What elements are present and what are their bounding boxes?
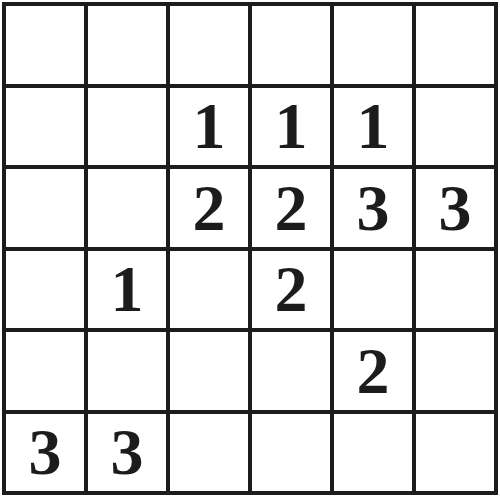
- cell-r3c3-clue[interactable]: 2: [170, 169, 248, 247]
- cell-r1c4-empty[interactable]: [252, 6, 330, 84]
- cell-r3c2-empty[interactable]: [88, 169, 166, 247]
- cell-r6c4-empty[interactable]: [252, 414, 330, 492]
- cell-r3c1-empty[interactable]: [6, 169, 84, 247]
- cell-r6c1-clue[interactable]: 3: [6, 414, 84, 492]
- cell-r3c4-clue[interactable]: 2: [252, 169, 330, 247]
- cell-r4c3-empty[interactable]: [170, 251, 248, 329]
- cell-r2c5-clue[interactable]: 1: [334, 88, 412, 166]
- cell-r5c5-clue[interactable]: 2: [334, 332, 412, 410]
- cell-r4c5-empty[interactable]: [334, 251, 412, 329]
- cell-r4c4-clue[interactable]: 2: [252, 251, 330, 329]
- cell-r4c6-empty[interactable]: [416, 251, 494, 329]
- cell-r1c2-empty[interactable]: [88, 6, 166, 84]
- cell-r1c3-empty[interactable]: [170, 6, 248, 84]
- cell-r2c2-empty[interactable]: [88, 88, 166, 166]
- puzzle-board: 111223312233: [2, 2, 498, 495]
- cell-r3c6-clue[interactable]: 3: [416, 169, 494, 247]
- cell-r5c1-empty[interactable]: [6, 332, 84, 410]
- cell-r6c5-empty[interactable]: [334, 414, 412, 492]
- cell-r1c6-empty[interactable]: [416, 6, 494, 84]
- cell-r3c5-clue[interactable]: 3: [334, 169, 412, 247]
- cell-r4c2-clue[interactable]: 1: [88, 251, 166, 329]
- cell-r2c3-clue[interactable]: 1: [170, 88, 248, 166]
- cell-r5c2-empty[interactable]: [88, 332, 166, 410]
- cell-r5c4-empty[interactable]: [252, 332, 330, 410]
- cell-r6c2-clue[interactable]: 3: [88, 414, 166, 492]
- cell-r4c1-empty[interactable]: [6, 251, 84, 329]
- cell-r6c3-empty[interactable]: [170, 414, 248, 492]
- cell-r2c1-empty[interactable]: [6, 88, 84, 166]
- cell-r5c3-empty[interactable]: [170, 332, 248, 410]
- cell-r5c6-empty[interactable]: [416, 332, 494, 410]
- cell-r6c6-empty[interactable]: [416, 414, 494, 492]
- cell-r2c4-clue[interactable]: 1: [252, 88, 330, 166]
- cell-r1c5-empty[interactable]: [334, 6, 412, 84]
- cell-r1c1-empty[interactable]: [6, 6, 84, 84]
- cell-r2c6-empty[interactable]: [416, 88, 494, 166]
